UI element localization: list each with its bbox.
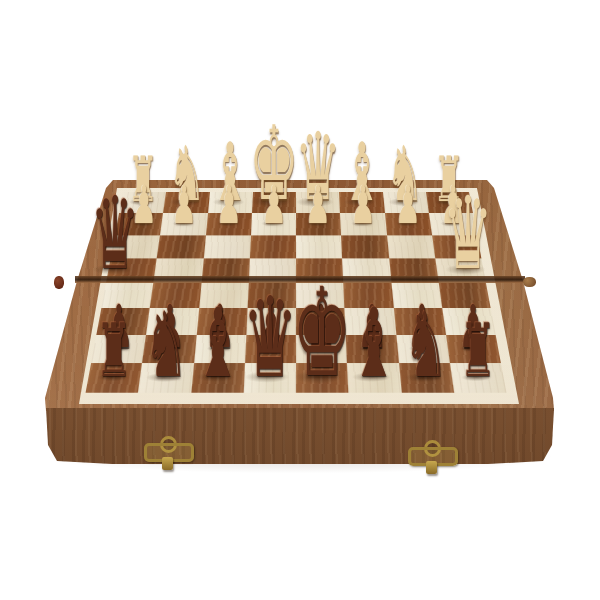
product-photo-scene: ♜♞♝♚♛♝♞♜♟♟♟♟♟♟♟♟♛♛♟♟♟♟♟♟♟♟♜♞♝♛♚♝♞♜ — [0, 0, 600, 600]
black-queen-e8[interactable]: ♛ — [243, 282, 297, 393]
black-knight-b8[interactable]: ♞ — [404, 300, 448, 390]
square-c3[interactable] — [341, 235, 388, 258]
black-bishop-f8[interactable]: ♝ — [195, 296, 241, 391]
square-e3[interactable] — [250, 235, 296, 258]
latch-tongue — [426, 461, 437, 474]
white-pawn-e2[interactable]: ♟ — [261, 179, 287, 231]
black-rook-a8[interactable]: ♜ — [460, 314, 496, 388]
brass-latch-left — [140, 440, 196, 470]
white-pawn-f2[interactable]: ♟ — [216, 179, 242, 231]
black-bishop-c8[interactable]: ♝ — [351, 296, 397, 391]
square-b3[interactable] — [387, 235, 436, 258]
black-queen-h4[interactable]: ♛ — [90, 184, 139, 284]
white-pawn-d2[interactable]: ♟ — [306, 179, 332, 231]
square-f3[interactable] — [203, 235, 250, 258]
square-d3[interactable] — [296, 235, 342, 258]
white-pawn-g2[interactable]: ♟ — [171, 179, 197, 231]
black-rook-h8[interactable]: ♜ — [96, 314, 132, 388]
white-pawn-c2[interactable]: ♟ — [350, 179, 376, 231]
brass-latch-right — [404, 444, 460, 474]
latch-tongue — [162, 457, 173, 470]
white-queen-a4[interactable]: ♛ — [444, 184, 493, 284]
square-g3[interactable] — [157, 235, 206, 258]
black-knight-g8[interactable]: ♞ — [144, 300, 188, 390]
fold-hinge-right — [523, 277, 536, 287]
black-king-d8[interactable]: ♚ — [292, 273, 351, 394]
fold-hinge-left — [54, 276, 64, 289]
white-pawn-b2[interactable]: ♟ — [395, 179, 421, 231]
